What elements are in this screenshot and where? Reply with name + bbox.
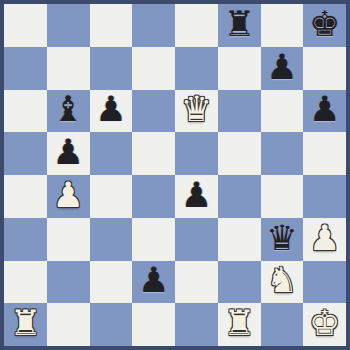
square-g3[interactable]: ♛ bbox=[261, 218, 304, 261]
square-a8[interactable] bbox=[4, 4, 47, 47]
square-c7[interactable] bbox=[90, 47, 133, 90]
piece-black-king: ♚ bbox=[309, 7, 340, 42]
square-a4[interactable] bbox=[4, 175, 47, 218]
piece-white-rook: ♜ bbox=[223, 306, 254, 341]
square-e1[interactable] bbox=[175, 303, 218, 346]
piece-white-pawn: ♟ bbox=[52, 178, 83, 213]
square-d6[interactable] bbox=[132, 90, 175, 133]
square-c4[interactable] bbox=[90, 175, 133, 218]
square-g2[interactable]: ♞ bbox=[261, 261, 304, 304]
square-c5[interactable] bbox=[90, 132, 133, 175]
piece-black-pawn: ♟ bbox=[309, 92, 340, 127]
square-f5[interactable] bbox=[218, 132, 261, 175]
square-c2[interactable] bbox=[90, 261, 133, 304]
square-h1[interactable]: ♚ bbox=[303, 303, 346, 346]
square-h8[interactable]: ♚ bbox=[303, 4, 346, 47]
square-a6[interactable] bbox=[4, 90, 47, 133]
square-f2[interactable] bbox=[218, 261, 261, 304]
square-h3[interactable]: ♟ bbox=[303, 218, 346, 261]
square-c6[interactable]: ♟ bbox=[90, 90, 133, 133]
piece-white-pawn: ♟ bbox=[309, 221, 340, 256]
square-a5[interactable] bbox=[4, 132, 47, 175]
square-b8[interactable] bbox=[47, 4, 90, 47]
square-h7[interactable] bbox=[303, 47, 346, 90]
square-b6[interactable]: ♝ bbox=[47, 90, 90, 133]
square-g1[interactable] bbox=[261, 303, 304, 346]
square-c1[interactable] bbox=[90, 303, 133, 346]
square-g8[interactable] bbox=[261, 4, 304, 47]
square-d8[interactable] bbox=[132, 4, 175, 47]
chess-board: ♜♚♟♝♟♛♟♟♟♟♛♟♟♞♜♜♚ bbox=[0, 0, 350, 350]
piece-white-knight: ♞ bbox=[266, 263, 297, 298]
piece-black-bishop: ♝ bbox=[52, 92, 83, 127]
square-f7[interactable] bbox=[218, 47, 261, 90]
square-e6[interactable]: ♛ bbox=[175, 90, 218, 133]
square-e8[interactable] bbox=[175, 4, 218, 47]
piece-black-pawn: ♟ bbox=[95, 92, 126, 127]
square-c8[interactable] bbox=[90, 4, 133, 47]
square-d1[interactable] bbox=[132, 303, 175, 346]
square-c3[interactable] bbox=[90, 218, 133, 261]
piece-white-rook: ♜ bbox=[10, 306, 41, 341]
piece-white-queen: ♛ bbox=[181, 92, 212, 127]
square-a2[interactable] bbox=[4, 261, 47, 304]
square-g5[interactable] bbox=[261, 132, 304, 175]
square-d2[interactable]: ♟ bbox=[132, 261, 175, 304]
square-h6[interactable]: ♟ bbox=[303, 90, 346, 133]
square-b2[interactable] bbox=[47, 261, 90, 304]
square-f6[interactable] bbox=[218, 90, 261, 133]
square-b3[interactable] bbox=[47, 218, 90, 261]
square-d4[interactable] bbox=[132, 175, 175, 218]
square-f8[interactable]: ♜ bbox=[218, 4, 261, 47]
square-e3[interactable] bbox=[175, 218, 218, 261]
piece-black-pawn: ♟ bbox=[266, 50, 297, 85]
square-e4[interactable]: ♟ bbox=[175, 175, 218, 218]
square-f3[interactable] bbox=[218, 218, 261, 261]
piece-black-queen: ♛ bbox=[266, 221, 297, 256]
piece-white-king: ♚ bbox=[309, 306, 340, 341]
square-h4[interactable] bbox=[303, 175, 346, 218]
piece-black-pawn: ♟ bbox=[138, 263, 169, 298]
square-e5[interactable] bbox=[175, 132, 218, 175]
square-b5[interactable]: ♟ bbox=[47, 132, 90, 175]
square-a3[interactable] bbox=[4, 218, 47, 261]
square-d7[interactable] bbox=[132, 47, 175, 90]
square-f4[interactable] bbox=[218, 175, 261, 218]
square-h2[interactable] bbox=[303, 261, 346, 304]
square-e7[interactable] bbox=[175, 47, 218, 90]
square-f1[interactable]: ♜ bbox=[218, 303, 261, 346]
square-h5[interactable] bbox=[303, 132, 346, 175]
piece-black-pawn: ♟ bbox=[181, 178, 212, 213]
square-d5[interactable] bbox=[132, 132, 175, 175]
square-d3[interactable] bbox=[132, 218, 175, 261]
square-a7[interactable] bbox=[4, 47, 47, 90]
square-g6[interactable] bbox=[261, 90, 304, 133]
square-b4[interactable]: ♟ bbox=[47, 175, 90, 218]
square-g7[interactable]: ♟ bbox=[261, 47, 304, 90]
square-b7[interactable] bbox=[47, 47, 90, 90]
square-a1[interactable]: ♜ bbox=[4, 303, 47, 346]
piece-black-rook: ♜ bbox=[223, 7, 254, 42]
square-g4[interactable] bbox=[261, 175, 304, 218]
piece-black-pawn: ♟ bbox=[52, 135, 83, 170]
square-e2[interactable] bbox=[175, 261, 218, 304]
square-b1[interactable] bbox=[47, 303, 90, 346]
